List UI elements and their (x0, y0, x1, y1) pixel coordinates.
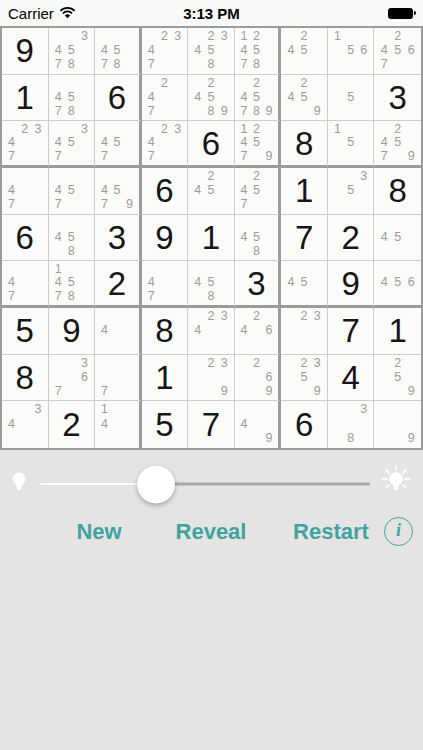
pencil-marks: 124578 (235, 28, 279, 74)
cell-value: 5 (142, 401, 188, 448)
pencil-marks: 4578 (95, 28, 139, 74)
cell-value: 6 (142, 168, 188, 214)
cell-r6c8[interactable]: 9 (328, 261, 375, 308)
restart-button[interactable]: Restart (293, 519, 369, 545)
pencil-marks: 156 (328, 28, 374, 74)
status-bar: Carrier 3:13 PM (0, 0, 423, 26)
cell-r4c3[interactable]: 4579 (95, 168, 142, 215)
cell-value: 6 (281, 401, 327, 448)
cell-r3c9[interactable]: 24579 (374, 121, 421, 168)
pencil-marks: 245 (188, 168, 234, 214)
cell-r8c8[interactable]: 4 (328, 355, 375, 402)
cell-r4c6[interactable]: 2457 (235, 168, 282, 215)
cell-r6c4[interactable]: 47 (142, 261, 189, 308)
cell-value: 1 (188, 215, 234, 261)
cell-r9c4[interactable]: 5 (142, 401, 189, 448)
cell-r6c2[interactable]: 14578 (49, 261, 96, 308)
cell-r8c3[interactable]: 7 (95, 355, 142, 402)
pencil-marks: 234 (188, 308, 234, 354)
cell-value: 3 (95, 215, 139, 261)
cell-r2c5[interactable]: 24589 (188, 75, 235, 122)
cell-value: 1 (281, 168, 327, 214)
pencil-marks: 2459 (281, 75, 327, 121)
cell-value: 6 (95, 75, 139, 121)
cell-r1c8[interactable]: 156 (328, 28, 375, 75)
cell-r8c2[interactable]: 367 (49, 355, 96, 402)
pencil-marks: 14578 (49, 261, 95, 305)
cell-value: 2 (49, 401, 95, 448)
cell-r1c4[interactable]: 2347 (142, 28, 189, 75)
pencil-marks: 239 (188, 355, 234, 401)
cell-r1c9[interactable]: 24567 (374, 28, 421, 75)
cell-r2c4[interactable]: 247 (142, 75, 189, 122)
pencil-marks: 245 (281, 28, 327, 74)
pencil-marks: 9 (374, 401, 421, 448)
pencil-marks: 47 (2, 168, 48, 214)
new-button[interactable]: New (76, 519, 121, 545)
cell-r1c3[interactable]: 4578 (95, 28, 142, 75)
battery-icon (388, 8, 413, 19)
cell-r2c2[interactable]: 4578 (49, 75, 96, 122)
pencil-marks: 47 (142, 261, 188, 305)
cell-r3c2[interactable]: 3457 (49, 121, 96, 168)
cell-r5c8[interactable]: 2 (328, 215, 375, 262)
cell-r3c3[interactable]: 457 (95, 121, 142, 168)
cell-r9c8[interactable]: 38 (328, 401, 375, 448)
cell-r6c5[interactable]: 458 (188, 261, 235, 308)
cell-r9c5[interactable]: 7 (188, 401, 235, 448)
cell-r5c6[interactable]: 458 (235, 215, 282, 262)
cell-r9c7[interactable]: 6 (281, 401, 328, 448)
cell-r4c9[interactable]: 8 (374, 168, 421, 215)
pencil-marks: 4579 (95, 168, 139, 214)
pencil-marks: 124579 (235, 121, 279, 165)
cell-r9c3[interactable]: 14 (95, 401, 142, 448)
cell-r7c2[interactable]: 9 (49, 308, 96, 355)
cell-r7c5[interactable]: 234 (188, 308, 235, 355)
cell-r1c2[interactable]: 34578 (49, 28, 96, 75)
pencil-marks: 24579 (374, 121, 421, 165)
info-button[interactable]: i (384, 517, 413, 546)
pencil-marks: 2347 (2, 121, 48, 165)
cell-r3c7[interactable]: 8 (281, 121, 328, 168)
cell-r5c2[interactable]: 458 (49, 215, 96, 262)
pencil-marks: 15 (328, 121, 374, 165)
pencil-marks: 3457 (49, 121, 95, 165)
cell-r6c6[interactable]: 3 (235, 261, 282, 308)
cell-r2c8[interactable]: 5 (328, 75, 375, 122)
sudoku-board: 9345784578234723458124578245156245671457… (0, 26, 423, 450)
cell-value: 3 (235, 261, 279, 305)
cell-r7c7[interactable]: 23 (281, 308, 328, 355)
cell-r5c9[interactable]: 45 (374, 215, 421, 262)
cell-value: 8 (374, 168, 421, 214)
cell-r6c1[interactable]: 47 (2, 261, 49, 308)
pencil-marks: 14 (95, 401, 139, 448)
cell-value: 1 (2, 75, 48, 121)
cell-r6c7[interactable]: 45 (281, 261, 328, 308)
cell-r6c3[interactable]: 2 (95, 261, 142, 308)
pencil-marks: 247 (142, 75, 188, 121)
cell-value: 3 (374, 75, 421, 121)
pencil-marks: 45 (281, 261, 327, 305)
pencil-marks: 35 (328, 168, 374, 214)
pencil-marks: 456 (374, 261, 421, 305)
cell-r2c7[interactable]: 2459 (281, 75, 328, 122)
cell-r4c1[interactable]: 47 (2, 168, 49, 215)
cell-r8c1[interactable]: 8 (2, 355, 49, 402)
wifi-icon (59, 7, 76, 19)
pencil-marks: 457 (95, 121, 139, 165)
cell-r2c9[interactable]: 3 (374, 75, 421, 122)
cell-value: 9 (328, 261, 374, 305)
cell-r8c9[interactable]: 259 (374, 355, 421, 402)
cell-r2c1[interactable]: 1 (2, 75, 49, 122)
pencil-marks: 23 (281, 308, 327, 354)
cell-value: 9 (2, 28, 48, 74)
pencil-marks: 458 (188, 261, 234, 305)
pencil-marks: 457 (49, 168, 95, 214)
pencil-marks: 4578 (49, 75, 95, 121)
pencil-marks: 458 (235, 215, 279, 261)
cell-value: 2 (328, 215, 374, 261)
reveal-button[interactable]: Reveal (176, 519, 247, 545)
cell-value: 5 (2, 308, 48, 354)
cell-value: 6 (188, 121, 234, 165)
pencil-marks: 49 (235, 401, 279, 448)
cell-value: 9 (142, 215, 188, 261)
cell-r3c1[interactable]: 2347 (2, 121, 49, 168)
cell-r9c2[interactable]: 2 (49, 401, 96, 448)
pencil-marks: 246 (235, 308, 279, 354)
cell-value: 6 (2, 215, 48, 261)
cell-value: 7 (328, 308, 374, 354)
cell-r8c4[interactable]: 1 (142, 355, 189, 402)
pencil-marks: 4 (95, 308, 139, 354)
cell-value: 4 (328, 355, 374, 401)
cell-value: 8 (281, 121, 327, 165)
pencil-marks: 7 (95, 355, 139, 401)
cell-r5c3[interactable]: 3 (95, 215, 142, 262)
cell-r4c8[interactable]: 35 (328, 168, 375, 215)
cell-r3c4[interactable]: 2347 (142, 121, 189, 168)
cell-value: 1 (142, 355, 188, 401)
cell-r5c5[interactable]: 1 (188, 215, 235, 262)
cell-r7c1[interactable]: 5 (2, 308, 49, 355)
cell-r1c1[interactable]: 9 (2, 28, 49, 75)
cell-r8c6[interactable]: 269 (235, 355, 282, 402)
cell-r8c5[interactable]: 239 (188, 355, 235, 402)
pencil-marks: 23458 (188, 28, 234, 74)
cell-r9c6[interactable]: 49 (235, 401, 282, 448)
pencil-marks: 458 (49, 215, 95, 261)
pencil-marks: 245789 (235, 75, 279, 121)
carrier-label: Carrier (8, 5, 54, 22)
pencil-marks: 24589 (188, 75, 234, 121)
cell-value: 8 (2, 355, 48, 401)
pencil-marks: 5 (328, 75, 374, 121)
cell-r1c7[interactable]: 245 (281, 28, 328, 75)
pencil-marks: 2347 (142, 28, 188, 74)
pencil-marks: 269 (235, 355, 279, 401)
bright-lightbulb-icon (378, 462, 414, 506)
pencil-marks: 259 (374, 355, 421, 401)
cell-r9c9[interactable]: 9 (374, 401, 421, 448)
cell-r9c1[interactable]: 34 (2, 401, 49, 448)
cell-value: 7 (281, 215, 327, 261)
cell-value: 1 (374, 308, 421, 354)
cell-r7c6[interactable]: 246 (235, 308, 282, 355)
pencil-marks: 2347 (142, 121, 188, 165)
cell-r3c8[interactable]: 15 (328, 121, 375, 168)
pencil-marks: 2457 (235, 168, 279, 214)
pencil-marks: 24567 (374, 28, 421, 74)
cell-r4c5[interactable]: 245 (188, 168, 235, 215)
pencil-marks: 47 (2, 261, 48, 305)
cell-r4c7[interactable]: 1 (281, 168, 328, 215)
cell-r5c4[interactable]: 9 (142, 215, 189, 262)
cell-r3c6[interactable]: 124579 (235, 121, 282, 168)
pencil-marks: 34578 (49, 28, 95, 74)
button-row: New Reveal Restart i (0, 514, 423, 550)
cell-r5c1[interactable]: 6 (2, 215, 49, 262)
cell-value: 9 (49, 308, 95, 354)
cell-r2c6[interactable]: 245789 (235, 75, 282, 122)
hint-slider-thumb[interactable] (137, 465, 175, 503)
pencil-marks: 2359 (281, 355, 327, 401)
cell-value: 7 (188, 401, 234, 448)
pencil-marks: 367 (49, 355, 95, 401)
cell-r1c6[interactable]: 124578 (235, 28, 282, 75)
cell-value: 8 (142, 308, 188, 354)
cell-r4c2[interactable]: 457 (49, 168, 96, 215)
cell-value: 2 (95, 261, 139, 305)
dim-lightbulb-icon (8, 467, 30, 501)
cell-r7c4[interactable]: 8 (142, 308, 189, 355)
pencil-marks: 34 (2, 401, 48, 448)
cell-r3c5[interactable]: 6 (188, 121, 235, 168)
cell-r2c3[interactable]: 6 (95, 75, 142, 122)
cell-r8c7[interactable]: 2359 (281, 355, 328, 402)
cell-r4c4[interactable]: 6 (142, 168, 189, 215)
cell-r1c5[interactable]: 23458 (188, 28, 235, 75)
cell-r7c3[interactable]: 4 (95, 308, 142, 355)
hint-slider-track[interactable] (40, 483, 370, 486)
cell-r6c9[interactable]: 456 (374, 261, 421, 308)
cell-r7c9[interactable]: 1 (374, 308, 421, 355)
cell-r5c7[interactable]: 7 (281, 215, 328, 262)
pencil-marks: 45 (374, 215, 421, 261)
cell-r7c8[interactable]: 7 (328, 308, 375, 355)
pencil-marks: 38 (328, 401, 374, 448)
hint-slider-row (0, 456, 423, 512)
